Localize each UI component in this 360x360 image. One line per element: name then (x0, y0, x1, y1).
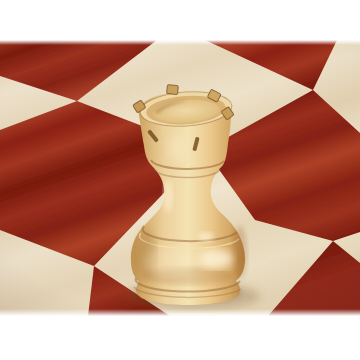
specular-bulb (199, 249, 233, 269)
letterbox-top (0, 0, 360, 40)
letterbox-bottom (0, 316, 360, 360)
letterbox-top-fade (0, 40, 360, 45)
product-photo (0, 0, 360, 360)
chessboard-photo-svg (0, 0, 360, 360)
sheen-bulb-front (144, 248, 196, 276)
specular-neck (163, 180, 173, 212)
letterbox-bottom-fade (0, 309, 360, 316)
notch-icon (167, 84, 179, 94)
shade-right (233, 226, 247, 278)
specular-small (198, 232, 214, 242)
sheen-crown (167, 136, 185, 160)
